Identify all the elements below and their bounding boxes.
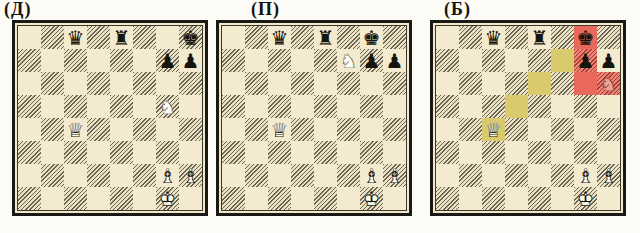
square-d7 [291, 49, 314, 72]
square-f7 [337, 49, 360, 72]
square-b7 [245, 49, 268, 72]
square-d6 [505, 72, 528, 95]
black-king-g8: ♚ [360, 26, 383, 49]
black-pawn-h7: ♟ [179, 49, 202, 72]
black-pawn-h7: ♟ [383, 49, 406, 72]
square-b8 [41, 26, 64, 49]
square-b4 [41, 118, 64, 141]
square-d3 [291, 141, 314, 164]
square-e6 [110, 72, 133, 95]
square-b5 [245, 95, 268, 118]
square-g1 [574, 187, 597, 210]
square-b2 [245, 164, 268, 187]
square-h4 [383, 118, 406, 141]
square-a1 [18, 187, 41, 210]
square-g3 [360, 141, 383, 164]
square-c4 [64, 118, 87, 141]
black-pawn-g7: ♟ [360, 49, 383, 72]
black-king-g8: ♚ [574, 26, 597, 49]
square-d8 [291, 26, 314, 49]
square-c4 [482, 118, 505, 141]
square-f3 [551, 141, 574, 164]
square-g7: ♟ [574, 49, 597, 72]
square-a8 [222, 26, 245, 49]
square-e6 [528, 72, 551, 95]
square-b2 [459, 164, 482, 187]
board-grid-3: ♛♜♚♟♟ [435, 25, 621, 211]
square-e5 [528, 95, 551, 118]
square-e6 [314, 72, 337, 95]
square-c6 [268, 72, 291, 95]
square-g8: ♚ [574, 26, 597, 49]
white-queen-c4 [268, 118, 291, 141]
square-c7 [482, 49, 505, 72]
square-b1 [41, 187, 64, 210]
square-h8 [383, 26, 406, 49]
square-a2 [222, 164, 245, 187]
white-bishop-g2 [574, 164, 597, 187]
square-e8: ♜ [314, 26, 337, 49]
square-f5 [337, 95, 360, 118]
square-f6 [133, 72, 156, 95]
square-a6 [222, 72, 245, 95]
square-f5 [133, 95, 156, 118]
square-g1 [156, 187, 179, 210]
square-d8 [87, 26, 110, 49]
square-e2 [110, 164, 133, 187]
square-c8: ♛ [482, 26, 505, 49]
square-d5 [291, 95, 314, 118]
square-d3 [87, 141, 110, 164]
square-a8 [18, 26, 41, 49]
white-king-g1 [156, 187, 179, 210]
diagram-label-2: (П) [251, 0, 280, 19]
white-knight-f7 [337, 49, 360, 72]
white-king-g1 [360, 187, 383, 210]
square-f4 [337, 118, 360, 141]
square-g8 [156, 26, 179, 49]
square-c1 [268, 187, 291, 210]
white-bishop-h2 [597, 164, 620, 187]
chess-board-1: ♛♜♚♟♟ [12, 20, 208, 216]
square-f5 [551, 95, 574, 118]
square-f8 [337, 26, 360, 49]
square-e7 [528, 49, 551, 72]
square-h4 [179, 118, 202, 141]
square-b4 [245, 118, 268, 141]
square-h6 [597, 72, 620, 95]
black-pawn-g7: ♟ [574, 49, 597, 72]
white-knight-h6 [597, 72, 620, 95]
square-a5 [222, 95, 245, 118]
square-b1 [245, 187, 268, 210]
diagram-label-1: (Д) [4, 0, 31, 19]
square-f6 [337, 72, 360, 95]
square-c7 [268, 49, 291, 72]
square-f4 [551, 118, 574, 141]
square-a7 [18, 49, 41, 72]
square-d2 [87, 164, 110, 187]
square-e4 [110, 118, 133, 141]
square-d6 [87, 72, 110, 95]
square-f6 [551, 72, 574, 95]
black-pawn-h7: ♟ [597, 49, 620, 72]
square-c8: ♛ [64, 26, 87, 49]
square-a5 [18, 95, 41, 118]
square-f1 [337, 187, 360, 210]
square-f8 [133, 26, 156, 49]
square-g4 [574, 118, 597, 141]
diagram-label-3: (Б) [444, 0, 471, 19]
square-g5 [574, 95, 597, 118]
square-d4 [505, 118, 528, 141]
square-h2 [179, 164, 202, 187]
square-c6 [64, 72, 87, 95]
square-b6 [245, 72, 268, 95]
square-e1 [314, 187, 337, 210]
square-g3 [156, 141, 179, 164]
square-e3 [528, 141, 551, 164]
square-e4 [314, 118, 337, 141]
square-a3 [18, 141, 41, 164]
black-queen-c8: ♛ [482, 26, 505, 49]
square-h7: ♟ [597, 49, 620, 72]
square-d5 [505, 95, 528, 118]
square-a3 [222, 141, 245, 164]
square-g3 [574, 141, 597, 164]
square-a4 [436, 118, 459, 141]
square-a1 [222, 187, 245, 210]
square-g1 [360, 187, 383, 210]
square-d6 [291, 72, 314, 95]
square-c3 [64, 141, 87, 164]
square-d1 [87, 187, 110, 210]
square-g5 [156, 95, 179, 118]
square-b8 [459, 26, 482, 49]
square-e1 [528, 187, 551, 210]
square-c2 [482, 164, 505, 187]
square-g7: ♟ [360, 49, 383, 72]
white-bishop-g2 [156, 164, 179, 187]
square-h1 [383, 187, 406, 210]
square-h6 [179, 72, 202, 95]
square-b6 [41, 72, 64, 95]
square-a5 [436, 95, 459, 118]
square-h2 [383, 164, 406, 187]
square-b6 [459, 72, 482, 95]
square-h8: ♚ [179, 26, 202, 49]
chess-board-2: ♛♜♚♟♟ [216, 20, 412, 216]
square-f2 [337, 164, 360, 187]
square-a6 [18, 72, 41, 95]
white-knight-g5 [156, 95, 179, 118]
square-f2 [133, 164, 156, 187]
square-c2 [268, 164, 291, 187]
square-c3 [268, 141, 291, 164]
board-grid-2: ♛♜♚♟♟ [221, 25, 407, 211]
white-bishop-g2 [360, 164, 383, 187]
square-a7 [436, 49, 459, 72]
square-d1 [291, 187, 314, 210]
square-a2 [18, 164, 41, 187]
square-h3 [179, 141, 202, 164]
black-pawn-g7: ♟ [156, 49, 179, 72]
square-a8 [436, 26, 459, 49]
square-a2 [436, 164, 459, 187]
square-g8: ♚ [360, 26, 383, 49]
square-e8: ♜ [528, 26, 551, 49]
square-g7: ♟ [156, 49, 179, 72]
square-h7: ♟ [179, 49, 202, 72]
square-a3 [436, 141, 459, 164]
square-e8: ♜ [110, 26, 133, 49]
square-h3 [597, 141, 620, 164]
square-e7 [314, 49, 337, 72]
square-h8 [597, 26, 620, 49]
square-c5 [268, 95, 291, 118]
square-c1 [482, 187, 505, 210]
square-d4 [291, 118, 314, 141]
black-queen-c8: ♛ [64, 26, 87, 49]
square-b5 [459, 95, 482, 118]
square-a1 [436, 187, 459, 210]
square-h7: ♟ [383, 49, 406, 72]
white-bishop-h2 [383, 164, 406, 187]
square-b3 [41, 141, 64, 164]
square-f7 [551, 49, 574, 72]
square-a6 [436, 72, 459, 95]
square-a4 [18, 118, 41, 141]
square-g6 [574, 72, 597, 95]
square-h1 [179, 187, 202, 210]
square-d2 [291, 164, 314, 187]
square-g2 [156, 164, 179, 187]
square-e1 [110, 187, 133, 210]
square-a7 [222, 49, 245, 72]
square-e5 [314, 95, 337, 118]
square-f3 [133, 141, 156, 164]
square-b3 [459, 141, 482, 164]
square-f7 [133, 49, 156, 72]
square-c8: ♛ [268, 26, 291, 49]
square-h5 [179, 95, 202, 118]
square-d2 [505, 164, 528, 187]
chess-board-3: ♛♜♚♟♟ [430, 20, 626, 216]
black-rook-e8: ♜ [314, 26, 337, 49]
square-h1 [597, 187, 620, 210]
square-h4 [597, 118, 620, 141]
square-h2 [597, 164, 620, 187]
square-b7 [41, 49, 64, 72]
square-g2 [360, 164, 383, 187]
white-queen-c4 [64, 118, 87, 141]
square-a4 [222, 118, 245, 141]
square-b5 [41, 95, 64, 118]
white-queen-c4 [482, 118, 505, 141]
square-h3 [383, 141, 406, 164]
square-c2 [64, 164, 87, 187]
black-queen-c8: ♛ [268, 26, 291, 49]
square-c5 [64, 95, 87, 118]
square-f1 [551, 187, 574, 210]
black-rook-e8: ♜ [528, 26, 551, 49]
square-d5 [87, 95, 110, 118]
board-grid-1: ♛♜♚♟♟ [17, 25, 203, 211]
square-d7 [505, 49, 528, 72]
square-b7 [459, 49, 482, 72]
square-g4 [156, 118, 179, 141]
square-c5 [482, 95, 505, 118]
square-h5 [597, 95, 620, 118]
square-e2 [314, 164, 337, 187]
square-g4 [360, 118, 383, 141]
square-d4 [87, 118, 110, 141]
square-h5 [383, 95, 406, 118]
square-f2 [551, 164, 574, 187]
square-g2 [574, 164, 597, 187]
square-d3 [505, 141, 528, 164]
square-f3 [337, 141, 360, 164]
square-d7 [87, 49, 110, 72]
square-e4 [528, 118, 551, 141]
black-king-h8: ♚ [179, 26, 202, 49]
square-b1 [459, 187, 482, 210]
square-f4 [133, 118, 156, 141]
square-b3 [245, 141, 268, 164]
square-c3 [482, 141, 505, 164]
square-e2 [528, 164, 551, 187]
white-king-g1 [574, 187, 597, 210]
square-h6 [383, 72, 406, 95]
square-f8 [551, 26, 574, 49]
square-b2 [41, 164, 64, 187]
square-g6 [360, 72, 383, 95]
square-e5 [110, 95, 133, 118]
square-e3 [110, 141, 133, 164]
square-d8 [505, 26, 528, 49]
square-e3 [314, 141, 337, 164]
square-c6 [482, 72, 505, 95]
square-e7 [110, 49, 133, 72]
square-f1 [133, 187, 156, 210]
square-b8 [245, 26, 268, 49]
square-g6 [156, 72, 179, 95]
white-bishop-h2 [179, 164, 202, 187]
square-c1 [64, 187, 87, 210]
square-c7 [64, 49, 87, 72]
black-rook-e8: ♜ [110, 26, 133, 49]
square-g5 [360, 95, 383, 118]
square-b4 [459, 118, 482, 141]
square-c4 [268, 118, 291, 141]
square-d1 [505, 187, 528, 210]
